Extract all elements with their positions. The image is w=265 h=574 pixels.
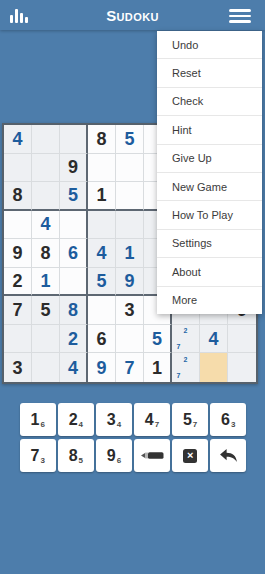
cell-digit: 1 xyxy=(96,186,106,204)
cell-r5c4[interactable]: 4 xyxy=(88,239,116,268)
dropdown-menu: Undo Reset Check Hint Give Up New Game H… xyxy=(157,31,262,314)
remaining-count: 5 xyxy=(79,456,83,465)
cell-r7c2[interactable]: 5 xyxy=(32,296,60,325)
cell-r8c3[interactable]: 2 xyxy=(60,325,88,354)
cell-digit: 5 xyxy=(124,130,134,148)
numpad-digit: 2 xyxy=(69,411,78,429)
cell-digit: 4 xyxy=(68,359,78,377)
numpad-key-3[interactable]: 34 xyxy=(96,403,132,436)
numpad-digit: 1 xyxy=(31,411,40,429)
menu-item-how-to-play[interactable]: How To Play xyxy=(157,201,262,229)
numpad-digit: 7 xyxy=(31,447,40,465)
cell-digit: 3 xyxy=(124,301,134,319)
numpad-key-1[interactable]: 16 xyxy=(20,403,56,436)
menu-button[interactable] xyxy=(229,9,251,23)
remaining-count: 6 xyxy=(41,420,45,429)
cell-r8c8[interactable]: 4 xyxy=(200,325,228,354)
menu-item-hint[interactable]: Hint xyxy=(157,116,262,144)
cell-r6c1[interactable]: 2 xyxy=(4,268,32,297)
numpad-digit: 3 xyxy=(107,411,116,429)
remaining-count: 7 xyxy=(155,420,159,429)
cell-digit: 4 xyxy=(96,244,106,262)
cell-digit: 5 xyxy=(152,330,162,348)
cell-r8c1[interactable] xyxy=(4,325,32,354)
cell-digit: 9 xyxy=(12,244,22,262)
cell-r8c9[interactable] xyxy=(228,325,256,354)
menu-item-check[interactable]: Check xyxy=(157,88,262,116)
cell-r9c8[interactable] xyxy=(200,353,228,382)
cell-r1c3[interactable] xyxy=(60,125,88,154)
cell-digit: 9 xyxy=(96,359,106,377)
cell-r8c4[interactable]: 6 xyxy=(88,325,116,354)
cell-digit: 3 xyxy=(12,359,22,377)
menu-item-more[interactable]: More xyxy=(157,287,262,314)
cell-digit: 1 xyxy=(40,272,50,290)
cell-digit: 6 xyxy=(96,330,106,348)
cell-r8c5[interactable] xyxy=(116,325,144,354)
cell-r9c6[interactable]: 1 xyxy=(144,353,172,382)
cell-r9c7[interactable]: 27 xyxy=(172,353,200,382)
cell-r6c4[interactable]: 5 xyxy=(88,268,116,297)
cell-r9c5[interactable]: 7 xyxy=(116,353,144,382)
numpad-key-2[interactable]: 24 xyxy=(58,403,94,436)
cell-r9c3[interactable]: 4 xyxy=(60,353,88,382)
cell-digit: 4 xyxy=(12,130,22,148)
cell-r4c1[interactable] xyxy=(4,211,32,240)
clear-icon: × xyxy=(183,449,197,463)
cell-r9c2[interactable] xyxy=(32,353,60,382)
cell-digit: 5 xyxy=(96,272,106,290)
cell-r2c2[interactable] xyxy=(32,154,60,183)
numpad-digit: 6 xyxy=(221,411,230,429)
cell-r5c2[interactable]: 8 xyxy=(32,239,60,268)
cell-r8c7[interactable]: 27 xyxy=(172,325,200,354)
cell-r4c2[interactable]: 4 xyxy=(32,211,60,240)
undo-icon xyxy=(219,448,238,463)
cell-r3c1[interactable]: 8 xyxy=(4,182,32,211)
numpad-key-7[interactable]: 73 xyxy=(20,439,56,472)
cell-r8c6[interactable]: 5 xyxy=(144,325,172,354)
cell-r5c1[interactable]: 9 xyxy=(4,239,32,268)
cell-digit: 9 xyxy=(124,272,134,290)
cell-r3c2[interactable] xyxy=(32,182,60,211)
cell-r2c3[interactable]: 9 xyxy=(60,154,88,183)
cell-r6c3[interactable] xyxy=(60,268,88,297)
cell-r7c3[interactable]: 8 xyxy=(60,296,88,325)
cell-r8c2[interactable] xyxy=(32,325,60,354)
cell-r5c3[interactable]: 6 xyxy=(60,239,88,268)
cell-r4c3[interactable] xyxy=(60,211,88,240)
cell-digit: 2 xyxy=(68,330,78,348)
hamburger-icon xyxy=(229,9,251,23)
cell-digit: 9 xyxy=(68,158,78,176)
menu-item-new-game[interactable]: New Game xyxy=(157,173,262,201)
remaining-count: 3 xyxy=(231,420,235,429)
numpad-digit: 8 xyxy=(69,447,78,465)
numpad-key-6[interactable]: 63 xyxy=(210,403,246,436)
cell-digit: 1 xyxy=(124,244,134,262)
numpad-clear-button[interactable]: × xyxy=(172,439,208,472)
cell-r7c1[interactable]: 7 xyxy=(4,296,32,325)
cell-r6c5[interactable]: 9 xyxy=(116,268,144,297)
cell-r9c1[interactable]: 3 xyxy=(4,353,32,382)
cell-digit: 4 xyxy=(208,330,218,348)
cell-r9c4[interactable]: 9 xyxy=(88,353,116,382)
cell-r2c5[interactable] xyxy=(116,154,144,183)
cell-r1c4[interactable]: 8 xyxy=(88,125,116,154)
cell-digit: 1 xyxy=(152,359,162,377)
page-title: Sudoku xyxy=(0,7,265,24)
remaining-count: 3 xyxy=(41,456,45,465)
menu-item-about[interactable]: About xyxy=(157,258,262,286)
cell-r7c5[interactable]: 3 xyxy=(116,296,144,325)
remaining-count: 7 xyxy=(193,420,197,429)
cell-r9c9[interactable] xyxy=(228,353,256,382)
numpad-key-9[interactable]: 96 xyxy=(96,439,132,472)
pencil-marks: 27 xyxy=(172,325,199,353)
cell-digit: 6 xyxy=(68,244,78,262)
cell-r3c4[interactable]: 1 xyxy=(88,182,116,211)
cell-digit: 8 xyxy=(12,186,22,204)
numpad-key-4[interactable]: 47 xyxy=(134,403,170,436)
numpad-key-8[interactable]: 85 xyxy=(58,439,94,472)
cell-digit: 8 xyxy=(68,301,78,319)
cell-digit: 8 xyxy=(96,130,106,148)
cell-digit: 5 xyxy=(68,186,78,204)
cell-digit: 7 xyxy=(124,359,134,377)
cell-digit: 2 xyxy=(12,272,22,290)
cell-r2c4[interactable] xyxy=(88,154,116,183)
header-bar: Sudoku xyxy=(0,0,265,30)
numpad-pencil-button[interactable] xyxy=(134,439,170,472)
cell-digit: 7 xyxy=(12,301,22,319)
remaining-count: 6 xyxy=(117,456,121,465)
numpad-undo-button[interactable] xyxy=(210,439,246,472)
menu-item-settings[interactable]: Settings xyxy=(157,230,262,258)
menu-item-undo[interactable]: Undo xyxy=(157,31,262,59)
pencil-icon xyxy=(141,451,164,460)
numpad-key-5[interactable]: 57 xyxy=(172,403,208,436)
menu-item-give-up[interactable]: Give Up xyxy=(157,145,262,173)
cell-r1c2[interactable] xyxy=(32,125,60,154)
cell-r2c1[interactable] xyxy=(4,154,32,183)
remaining-count: 4 xyxy=(117,420,121,429)
cell-r7c4[interactable] xyxy=(88,296,116,325)
cell-r1c5[interactable]: 5 xyxy=(116,125,144,154)
numpad-digit: 5 xyxy=(183,411,192,429)
cell-r4c5[interactable] xyxy=(116,211,144,240)
menu-item-reset[interactable]: Reset xyxy=(157,59,262,87)
cell-r5c5[interactable]: 1 xyxy=(116,239,144,268)
cell-r1c1[interactable]: 4 xyxy=(4,125,32,154)
cell-digit: 4 xyxy=(40,215,50,233)
numpad-digit: 4 xyxy=(145,411,154,429)
cell-r4c4[interactable] xyxy=(88,211,116,240)
cell-digit: 5 xyxy=(40,301,50,319)
remaining-count: 4 xyxy=(79,420,83,429)
numpad-digit: 9 xyxy=(107,447,116,465)
cell-digit: 8 xyxy=(40,244,50,262)
cell-r3c5[interactable] xyxy=(116,182,144,211)
sudoku-app: Sudoku Undo Reset Check Hint Give Up New… xyxy=(0,0,265,574)
cell-r3c3[interactable]: 5 xyxy=(60,182,88,211)
cell-r6c2[interactable]: 1 xyxy=(32,268,60,297)
number-pad: 162434475763738596× xyxy=(20,403,246,472)
pencil-marks: 27 xyxy=(172,353,199,382)
